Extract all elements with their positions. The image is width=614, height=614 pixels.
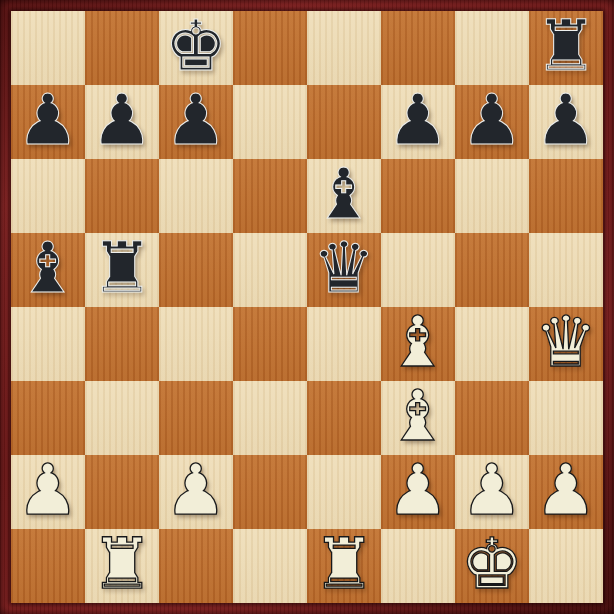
square-f1[interactable] xyxy=(381,529,455,603)
piece-black-rook: ♜ xyxy=(535,11,598,81)
square-f3[interactable]: ♝ xyxy=(381,381,455,455)
piece-black-pawn: ♟ xyxy=(165,85,228,155)
square-h4[interactable]: ♛ xyxy=(529,307,603,381)
square-a6[interactable] xyxy=(11,159,85,233)
square-a5[interactable]: ♝ xyxy=(11,233,85,307)
square-b5[interactable]: ♜ xyxy=(85,233,159,307)
square-f7[interactable]: ♟ xyxy=(381,85,455,159)
square-g7[interactable]: ♟ xyxy=(455,85,529,159)
square-b7[interactable]: ♟ xyxy=(85,85,159,159)
square-c4[interactable] xyxy=(159,307,233,381)
square-e3[interactable] xyxy=(307,381,381,455)
piece-white-rook: ♜ xyxy=(91,529,154,599)
square-h6[interactable] xyxy=(529,159,603,233)
square-g1[interactable]: ♚ xyxy=(455,529,529,603)
piece-black-queen: ♛ xyxy=(313,233,376,303)
piece-black-pawn: ♟ xyxy=(387,85,450,155)
square-h8[interactable]: ♜ xyxy=(529,11,603,85)
square-b1[interactable]: ♜ xyxy=(85,529,159,603)
square-e7[interactable] xyxy=(307,85,381,159)
piece-black-bishop: ♝ xyxy=(313,159,376,229)
piece-white-pawn: ♟ xyxy=(387,455,450,525)
square-b4[interactable] xyxy=(85,307,159,381)
square-b3[interactable] xyxy=(85,381,159,455)
square-g2[interactable]: ♟ xyxy=(455,455,529,529)
piece-black-pawn: ♟ xyxy=(461,85,524,155)
square-f5[interactable] xyxy=(381,233,455,307)
square-h7[interactable]: ♟ xyxy=(529,85,603,159)
square-g4[interactable] xyxy=(455,307,529,381)
piece-white-king: ♚ xyxy=(461,529,524,599)
square-d4[interactable] xyxy=(233,307,307,381)
square-e6[interactable]: ♝ xyxy=(307,159,381,233)
square-a4[interactable] xyxy=(11,307,85,381)
square-e8[interactable] xyxy=(307,11,381,85)
square-h1[interactable] xyxy=(529,529,603,603)
piece-white-bishop: ♝ xyxy=(387,307,450,377)
square-b2[interactable] xyxy=(85,455,159,529)
piece-white-pawn: ♟ xyxy=(165,455,228,525)
piece-white-queen: ♛ xyxy=(535,307,598,377)
square-g3[interactable] xyxy=(455,381,529,455)
square-d1[interactable] xyxy=(233,529,307,603)
square-b6[interactable] xyxy=(85,159,159,233)
square-e1[interactable]: ♜ xyxy=(307,529,381,603)
piece-black-bishop: ♝ xyxy=(17,233,80,303)
square-g5[interactable] xyxy=(455,233,529,307)
square-b8[interactable] xyxy=(85,11,159,85)
piece-white-pawn: ♟ xyxy=(535,455,598,525)
square-d5[interactable] xyxy=(233,233,307,307)
square-e5[interactable]: ♛ xyxy=(307,233,381,307)
piece-black-rook: ♜ xyxy=(91,233,154,303)
square-d8[interactable] xyxy=(233,11,307,85)
square-h5[interactable] xyxy=(529,233,603,307)
square-a7[interactable]: ♟ xyxy=(11,85,85,159)
square-c5[interactable] xyxy=(159,233,233,307)
square-c7[interactable]: ♟ xyxy=(159,85,233,159)
square-d7[interactable] xyxy=(233,85,307,159)
square-f4[interactable]: ♝ xyxy=(381,307,455,381)
square-g6[interactable] xyxy=(455,159,529,233)
chess-board: ♚♜♟♟♟♟♟♟♝♝♜♛♝♛♝♟♟♟♟♟♜♜♚ xyxy=(11,11,603,603)
square-c2[interactable]: ♟ xyxy=(159,455,233,529)
square-a8[interactable] xyxy=(11,11,85,85)
piece-white-bishop: ♝ xyxy=(387,381,450,451)
square-e2[interactable] xyxy=(307,455,381,529)
square-f2[interactable]: ♟ xyxy=(381,455,455,529)
square-a3[interactable] xyxy=(11,381,85,455)
square-g8[interactable] xyxy=(455,11,529,85)
square-a1[interactable] xyxy=(11,529,85,603)
piece-black-pawn: ♟ xyxy=(91,85,154,155)
square-f6[interactable] xyxy=(381,159,455,233)
board-frame: ♚♜♟♟♟♟♟♟♝♝♜♛♝♛♝♟♟♟♟♟♜♜♚ xyxy=(0,0,614,614)
piece-black-pawn: ♟ xyxy=(535,85,598,155)
square-c8[interactable]: ♚ xyxy=(159,11,233,85)
square-e4[interactable] xyxy=(307,307,381,381)
square-d3[interactable] xyxy=(233,381,307,455)
piece-black-pawn: ♟ xyxy=(17,85,80,155)
piece-white-pawn: ♟ xyxy=(461,455,524,525)
square-c1[interactable] xyxy=(159,529,233,603)
square-c3[interactable] xyxy=(159,381,233,455)
square-d6[interactable] xyxy=(233,159,307,233)
square-h3[interactable] xyxy=(529,381,603,455)
piece-black-king: ♚ xyxy=(165,11,228,81)
square-f8[interactable] xyxy=(381,11,455,85)
square-a2[interactable]: ♟ xyxy=(11,455,85,529)
piece-white-pawn: ♟ xyxy=(17,455,80,525)
square-c6[interactable] xyxy=(159,159,233,233)
piece-white-rook: ♜ xyxy=(313,529,376,599)
square-h2[interactable]: ♟ xyxy=(529,455,603,529)
square-d2[interactable] xyxy=(233,455,307,529)
